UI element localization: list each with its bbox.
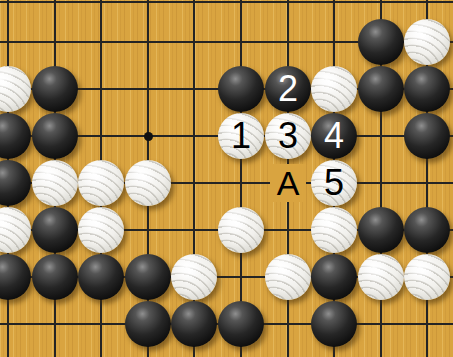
black-stone <box>125 254 171 300</box>
white-stone <box>218 207 264 253</box>
white-stone <box>32 160 78 206</box>
white-stone <box>78 207 124 253</box>
white-stone-move-1: 1 <box>218 113 264 159</box>
white-stone <box>265 254 311 300</box>
white-stone <box>404 254 450 300</box>
white-stone-move-3: 3 <box>265 113 311 159</box>
black-stone <box>404 66 450 112</box>
black-stone <box>32 207 78 253</box>
black-stone <box>125 301 171 347</box>
black-stone <box>171 301 217 347</box>
white-stone <box>311 207 357 253</box>
black-stone <box>358 19 404 65</box>
white-stone-move-5: 5 <box>311 160 357 206</box>
point-label-A: A <box>270 164 306 202</box>
white-stone <box>125 160 171 206</box>
go-board[interactable]: 21345A <box>0 0 453 357</box>
black-stone <box>404 207 450 253</box>
white-stone <box>358 254 404 300</box>
black-stone <box>218 301 264 347</box>
black-stone-move-2: 2 <box>265 66 311 112</box>
black-stone <box>311 301 357 347</box>
black-stone <box>32 66 78 112</box>
black-stone <box>32 113 78 159</box>
black-stone <box>32 254 78 300</box>
white-stone <box>78 160 124 206</box>
black-stone <box>358 66 404 112</box>
white-stone <box>404 19 450 65</box>
grid-line-horizontal <box>0 1 453 3</box>
star-point <box>144 132 153 141</box>
black-stone <box>311 254 357 300</box>
black-stone <box>358 207 404 253</box>
black-stone <box>404 113 450 159</box>
black-stone-move-4: 4 <box>311 113 357 159</box>
white-stone <box>171 254 217 300</box>
white-stone <box>311 66 357 112</box>
black-stone <box>218 66 264 112</box>
black-stone <box>78 254 124 300</box>
